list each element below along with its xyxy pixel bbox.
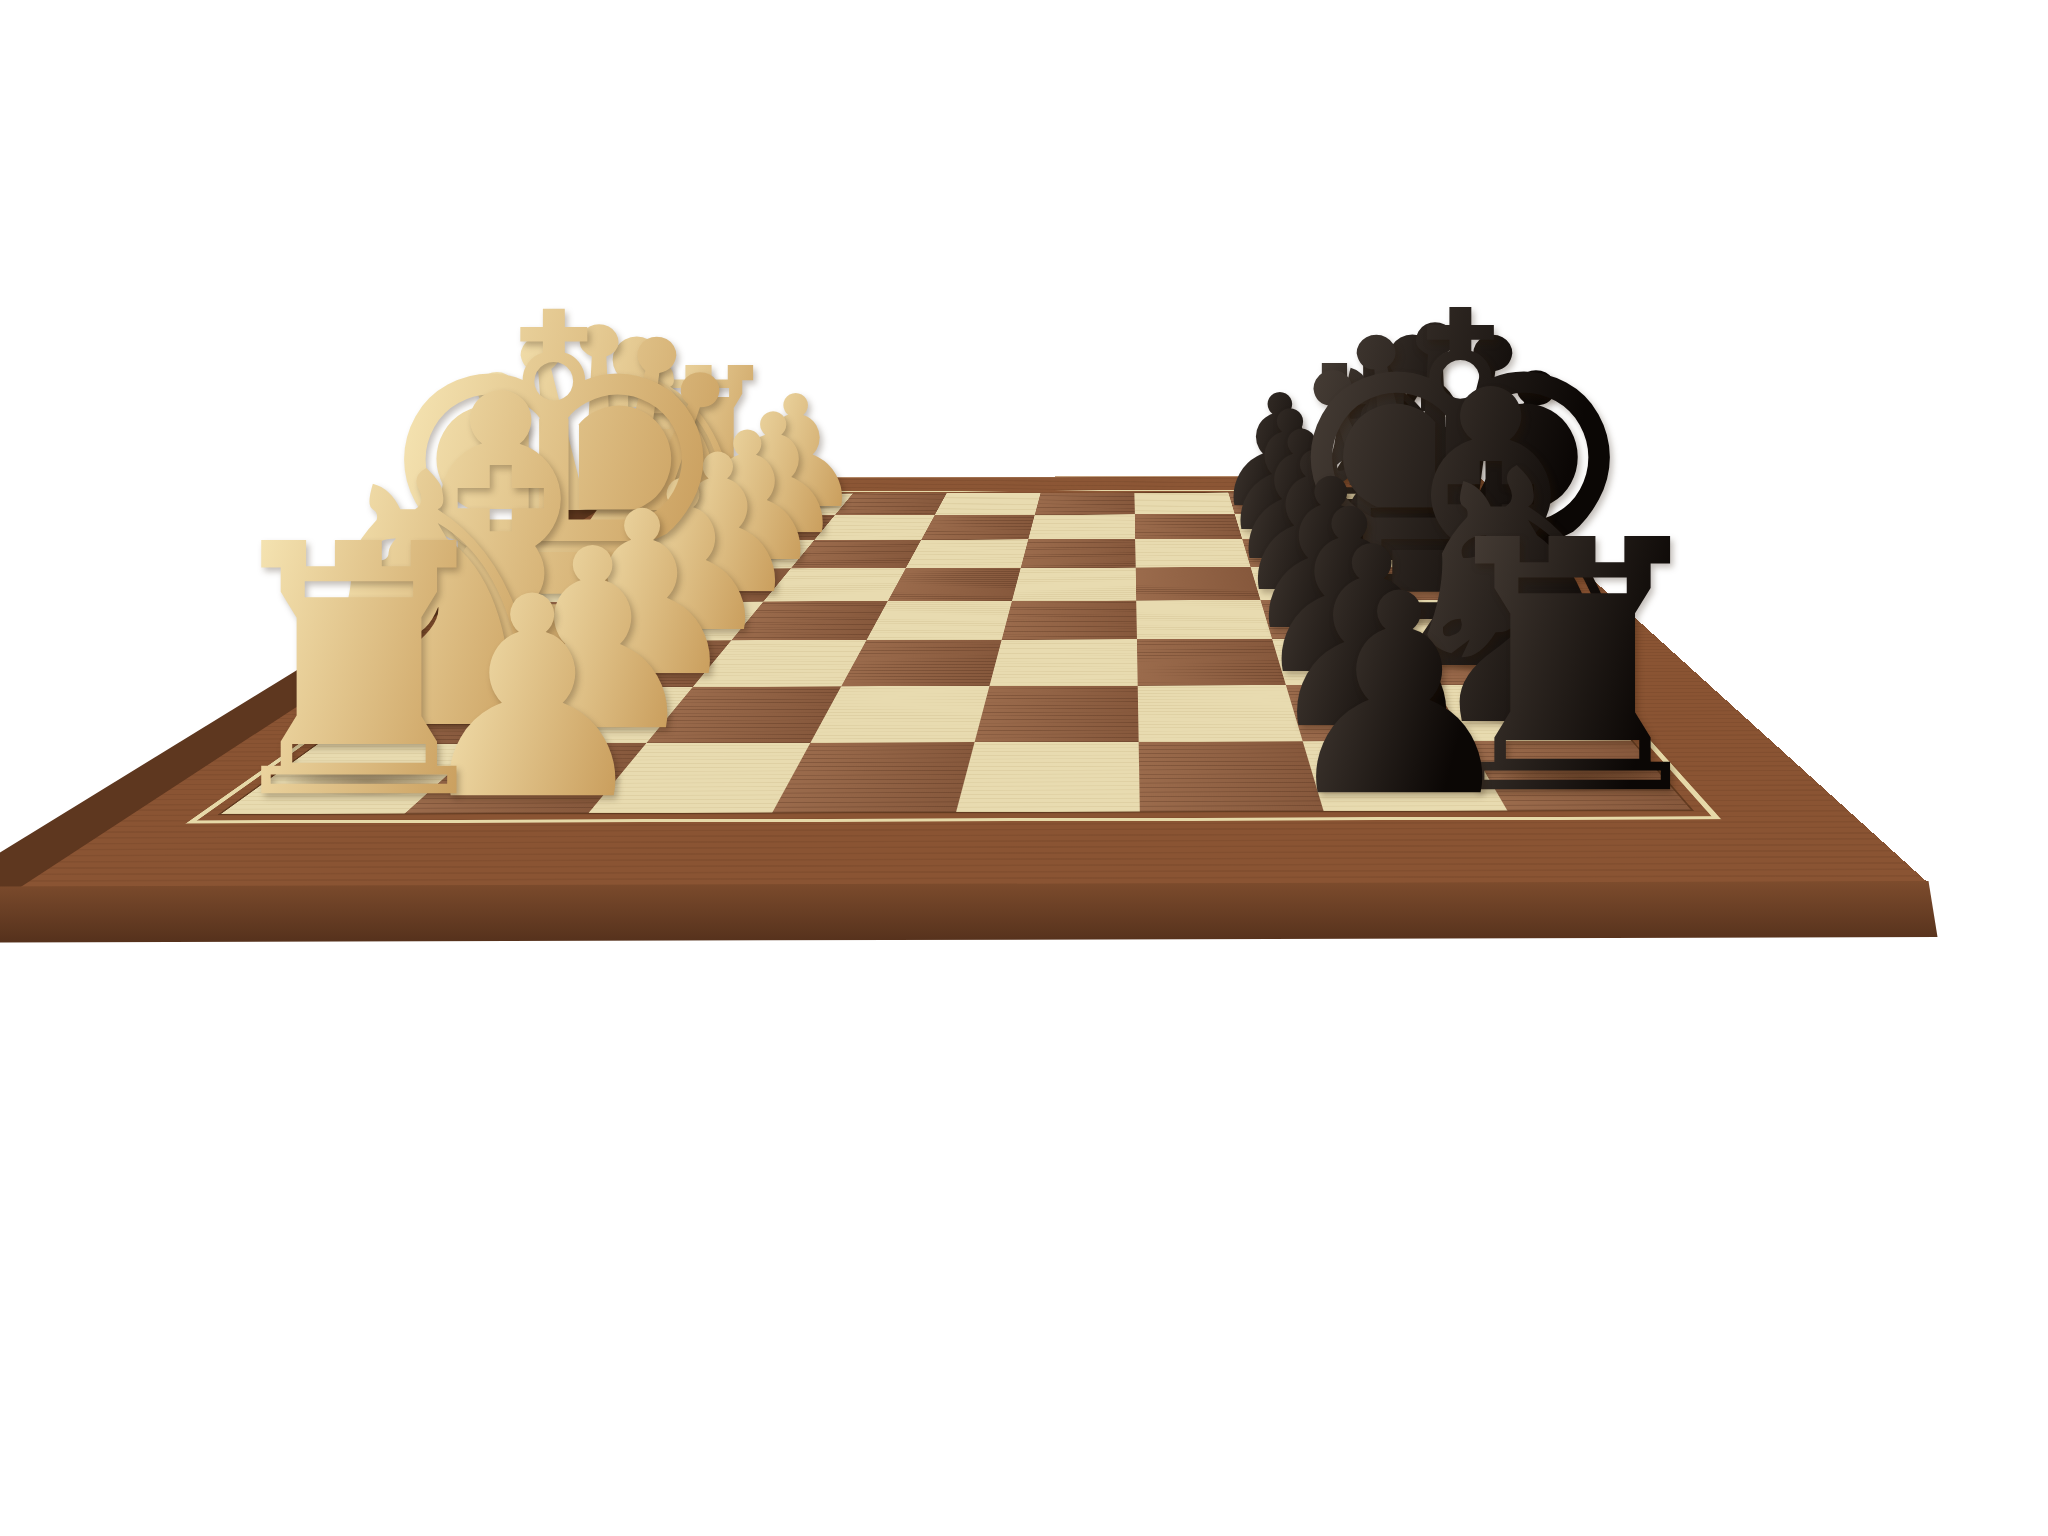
- white-rook[interactable]: ♜: [186, 500, 533, 847]
- pieces-layer: ♜♞♝♛♚♝♞♜♟♟♟♟♟♟♟♟♟♟♟♟♟♟♟♟♜♞♝♛♚♝♞♜: [0, 0, 2048, 1536]
- black-pawn[interactable]: ♟: [1261, 558, 1538, 835]
- scene: Wooden Staunton chess set on mahogany an…: [0, 0, 2048, 1536]
